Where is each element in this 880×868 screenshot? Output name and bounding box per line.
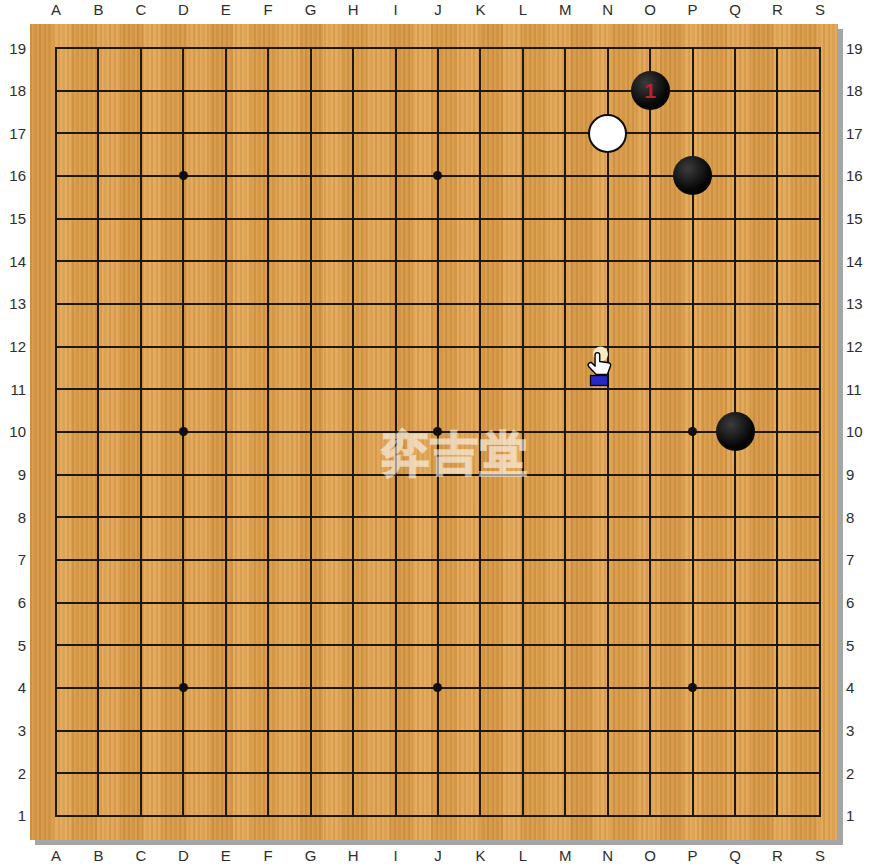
board-intersection-S5[interactable] [799,624,841,667]
board-intersection-H12[interactable] [332,325,374,368]
board-intersection-I8[interactable] [374,496,416,539]
board-intersection-S19[interactable] [799,27,841,70]
board-intersection-S3[interactable] [799,709,841,752]
board-intersection-I2[interactable] [374,752,416,795]
board-intersection-H2[interactable] [332,752,374,795]
board-intersection-E7[interactable] [205,539,247,582]
board-intersection-D9[interactable] [162,453,204,496]
board-intersection-J7[interactable] [417,539,459,582]
board-intersection-S10[interactable] [799,411,841,454]
board-intersection-S1[interactable] [799,795,841,838]
board-intersection-A3[interactable] [35,709,77,752]
board-intersection-N1[interactable] [586,795,628,838]
board-intersection-J9[interactable] [417,453,459,496]
board-intersection-Q4[interactable] [714,667,756,710]
board-intersection-Q5[interactable] [714,624,756,667]
board-intersection-N2[interactable] [586,752,628,795]
board-intersection-A15[interactable] [35,197,77,240]
board-intersection-G15[interactable] [289,197,331,240]
board-intersection-N10[interactable] [586,411,628,454]
board-intersection-P4[interactable] [671,667,713,710]
board-intersection-K13[interactable] [459,283,501,326]
board-intersection-B16[interactable] [77,155,119,198]
board-intersection-K6[interactable] [459,581,501,624]
board-intersection-S12[interactable] [799,325,841,368]
board-intersection-J16[interactable] [417,155,459,198]
board-intersection-L10[interactable] [502,411,544,454]
board-intersection-G10[interactable] [289,411,331,454]
board-intersection-N15[interactable] [586,197,628,240]
board-intersection-R2[interactable] [756,752,798,795]
board-intersection-C15[interactable] [120,197,162,240]
board-intersection-K12[interactable] [459,325,501,368]
board-intersection-P10[interactable] [671,411,713,454]
board-intersection-D12[interactable] [162,325,204,368]
board-intersection-E1[interactable] [205,795,247,838]
board-intersection-L1[interactable] [502,795,544,838]
board-intersection-S2[interactable] [799,752,841,795]
board-intersection-H16[interactable] [332,155,374,198]
board-intersection-J5[interactable] [417,624,459,667]
board-intersection-F9[interactable] [247,453,289,496]
board-intersection-S18[interactable] [799,69,841,112]
board-intersection-F8[interactable] [247,496,289,539]
board-intersection-M12[interactable] [544,325,586,368]
board-intersection-N9[interactable] [586,453,628,496]
board-intersection-B13[interactable] [77,283,119,326]
board-intersection-I7[interactable] [374,539,416,582]
board-intersection-H7[interactable] [332,539,374,582]
board-intersection-M1[interactable] [544,795,586,838]
board-intersection-N6[interactable] [586,581,628,624]
board-intersection-K18[interactable] [459,69,501,112]
board-intersection-E11[interactable] [205,368,247,411]
board-intersection-G4[interactable] [289,667,331,710]
board-intersection-M8[interactable] [544,496,586,539]
board-intersection-P3[interactable] [671,709,713,752]
board-intersection-J13[interactable] [417,283,459,326]
board-intersection-Q7[interactable] [714,539,756,582]
board-intersection-M6[interactable] [544,581,586,624]
board-intersection-N13[interactable] [586,283,628,326]
board-intersection-D17[interactable] [162,112,204,155]
board-intersection-L13[interactable] [502,283,544,326]
board-intersection-F11[interactable] [247,368,289,411]
board-intersection-F18[interactable] [247,69,289,112]
board-intersection-O2[interactable] [629,752,671,795]
board-intersection-J1[interactable] [417,795,459,838]
board-intersection-H14[interactable] [332,240,374,283]
board-intersection-H6[interactable] [332,581,374,624]
board-intersection-A8[interactable] [35,496,77,539]
board-intersection-S8[interactable] [799,496,841,539]
board-intersection-N3[interactable] [586,709,628,752]
board-intersection-P11[interactable] [671,368,713,411]
board-intersection-N16[interactable] [586,155,628,198]
board-intersection-A18[interactable] [35,69,77,112]
board-intersection-H4[interactable] [332,667,374,710]
board-intersection-L2[interactable] [502,752,544,795]
board-intersection-P14[interactable] [671,240,713,283]
board-intersection-D1[interactable] [162,795,204,838]
board-intersection-O19[interactable] [629,27,671,70]
board-intersection-D4[interactable] [162,667,204,710]
board-intersection-E10[interactable] [205,411,247,454]
board-intersection-O15[interactable] [629,197,671,240]
board-intersection-N19[interactable] [586,27,628,70]
board-intersection-F16[interactable] [247,155,289,198]
board-intersection-L6[interactable] [502,581,544,624]
board-intersection-L19[interactable] [502,27,544,70]
board-intersection-J6[interactable] [417,581,459,624]
board-intersection-E16[interactable] [205,155,247,198]
board-intersection-R9[interactable] [756,453,798,496]
board-intersection-E12[interactable] [205,325,247,368]
board-intersection-I9[interactable] [374,453,416,496]
board-intersection-O6[interactable] [629,581,671,624]
board-intersection-B14[interactable] [77,240,119,283]
board-intersection-D7[interactable] [162,539,204,582]
board-intersection-B17[interactable] [77,112,119,155]
board-intersection-Q19[interactable] [714,27,756,70]
board-intersection-D14[interactable] [162,240,204,283]
board-intersection-E4[interactable] [205,667,247,710]
board-intersection-C17[interactable] [120,112,162,155]
board-intersection-O1[interactable] [629,795,671,838]
board-intersection-C14[interactable] [120,240,162,283]
board-intersection-B18[interactable] [77,69,119,112]
board-intersection-S14[interactable] [799,240,841,283]
board-intersection-E8[interactable] [205,496,247,539]
board-intersection-R19[interactable] [756,27,798,70]
board-intersection-G6[interactable] [289,581,331,624]
board-intersection-I13[interactable] [374,283,416,326]
board-intersection-G18[interactable] [289,69,331,112]
board-intersection-B4[interactable] [77,667,119,710]
board-intersection-A9[interactable] [35,453,77,496]
board-intersection-H19[interactable] [332,27,374,70]
board-intersection-D13[interactable] [162,283,204,326]
board-intersection-R18[interactable] [756,69,798,112]
board-intersection-C19[interactable] [120,27,162,70]
board-intersection-G16[interactable] [289,155,331,198]
board-intersection-R7[interactable] [756,539,798,582]
board-intersection-L16[interactable] [502,155,544,198]
board-intersection-H11[interactable] [332,368,374,411]
board-intersection-J10[interactable] [417,411,459,454]
board-intersection-S15[interactable] [799,197,841,240]
board-intersection-P2[interactable] [671,752,713,795]
board-intersection-J8[interactable] [417,496,459,539]
board-intersection-C1[interactable] [120,795,162,838]
board-intersection-I3[interactable] [374,709,416,752]
board-intersection-Q10[interactable] [714,411,756,454]
board-intersection-K5[interactable] [459,624,501,667]
board-intersection-S11[interactable] [799,368,841,411]
board-intersection-C11[interactable] [120,368,162,411]
board-intersection-P5[interactable] [671,624,713,667]
board-intersection-P13[interactable] [671,283,713,326]
board-intersection-G2[interactable] [289,752,331,795]
board-intersection-D10[interactable] [162,411,204,454]
board-intersection-R3[interactable] [756,709,798,752]
board-intersection-A5[interactable] [35,624,77,667]
board-intersection-B3[interactable] [77,709,119,752]
board-intersection-M16[interactable] [544,155,586,198]
board-intersection-F10[interactable] [247,411,289,454]
board-intersection-F1[interactable] [247,795,289,838]
board-intersection-K14[interactable] [459,240,501,283]
board-intersection-H18[interactable] [332,69,374,112]
board-intersection-M18[interactable] [544,69,586,112]
board-intersection-G12[interactable] [289,325,331,368]
board-intersection-L18[interactable] [502,69,544,112]
board-intersection-F6[interactable] [247,581,289,624]
board-intersection-J15[interactable] [417,197,459,240]
board-intersection-Q2[interactable] [714,752,756,795]
board-intersection-J11[interactable] [417,368,459,411]
board-intersection-A1[interactable] [35,795,77,838]
board-intersection-S17[interactable] [799,112,841,155]
board-intersection-A7[interactable] [35,539,77,582]
board-intersection-M4[interactable] [544,667,586,710]
board-intersection-D16[interactable] [162,155,204,198]
board-intersection-Q9[interactable] [714,453,756,496]
board-intersection-E3[interactable] [205,709,247,752]
board-intersection-E19[interactable] [205,27,247,70]
board-intersection-M19[interactable] [544,27,586,70]
board-intersection-H8[interactable] [332,496,374,539]
board-intersection-O3[interactable] [629,709,671,752]
board-intersection-K10[interactable] [459,411,501,454]
board-intersection-I11[interactable] [374,368,416,411]
board-intersection-B5[interactable] [77,624,119,667]
board-intersection-Q15[interactable] [714,197,756,240]
board-intersection-Q13[interactable] [714,283,756,326]
board-intersection-O16[interactable] [629,155,671,198]
board-intersection-Q6[interactable] [714,581,756,624]
board-intersection-O11[interactable] [629,368,671,411]
board-intersection-R6[interactable] [756,581,798,624]
board-intersection-S4[interactable] [799,667,841,710]
board-intersection-Q18[interactable] [714,69,756,112]
board-intersection-Q12[interactable] [714,325,756,368]
board-intersection-M3[interactable] [544,709,586,752]
board-intersection-A13[interactable] [35,283,77,326]
board-intersection-O14[interactable] [629,240,671,283]
board-intersection-B12[interactable] [77,325,119,368]
board-intersection-I17[interactable] [374,112,416,155]
board-intersection-R4[interactable] [756,667,798,710]
board-intersection-P1[interactable] [671,795,713,838]
board-intersection-G3[interactable] [289,709,331,752]
board-intersection-P9[interactable] [671,453,713,496]
board-intersection-C5[interactable] [120,624,162,667]
board-intersection-M15[interactable] [544,197,586,240]
board-intersection-L3[interactable] [502,709,544,752]
board-intersection-D3[interactable] [162,709,204,752]
board-intersection-O18[interactable]: 1 [629,69,671,112]
board-intersection-D18[interactable] [162,69,204,112]
board-intersection-A17[interactable] [35,112,77,155]
board-intersection-L14[interactable] [502,240,544,283]
board-intersection-N11[interactable] [586,368,628,411]
board-intersection-C2[interactable] [120,752,162,795]
board-intersection-B11[interactable] [77,368,119,411]
board-intersection-N5[interactable] [586,624,628,667]
board-intersection-K1[interactable] [459,795,501,838]
board-intersection-S6[interactable] [799,581,841,624]
board-intersection-D15[interactable] [162,197,204,240]
board-intersection-G14[interactable] [289,240,331,283]
board-intersection-I10[interactable] [374,411,416,454]
board-intersection-O7[interactable] [629,539,671,582]
board-intersection-L8[interactable] [502,496,544,539]
board-intersection-K11[interactable] [459,368,501,411]
board-intersection-A19[interactable] [35,27,77,70]
board-intersection-H9[interactable] [332,453,374,496]
board-intersection-D6[interactable] [162,581,204,624]
board-intersection-K7[interactable] [459,539,501,582]
board-intersection-R12[interactable] [756,325,798,368]
board-intersection-B2[interactable] [77,752,119,795]
board-intersection-Q3[interactable] [714,709,756,752]
board-intersection-P6[interactable] [671,581,713,624]
board-intersection-D2[interactable] [162,752,204,795]
board-intersection-P7[interactable] [671,539,713,582]
board-intersection-G1[interactable] [289,795,331,838]
board-intersection-J19[interactable] [417,27,459,70]
board-intersection-H10[interactable] [332,411,374,454]
board-intersection-K4[interactable] [459,667,501,710]
board-intersection-R5[interactable] [756,624,798,667]
board-intersection-C7[interactable] [120,539,162,582]
board-intersection-F15[interactable] [247,197,289,240]
board-intersection-C13[interactable] [120,283,162,326]
board-intersection-H15[interactable] [332,197,374,240]
board-intersection-C4[interactable] [120,667,162,710]
board-intersection-M14[interactable] [544,240,586,283]
board-intersection-R8[interactable] [756,496,798,539]
board-intersection-I5[interactable] [374,624,416,667]
board-intersection-I6[interactable] [374,581,416,624]
board-intersection-L17[interactable] [502,112,544,155]
board-intersection-C8[interactable] [120,496,162,539]
board-intersection-N8[interactable] [586,496,628,539]
board-intersection-B19[interactable] [77,27,119,70]
board-intersection-E13[interactable] [205,283,247,326]
board-intersection-K9[interactable] [459,453,501,496]
board-intersection-P18[interactable] [671,69,713,112]
board-intersection-M10[interactable] [544,411,586,454]
board-intersection-F14[interactable] [247,240,289,283]
board-intersection-O8[interactable] [629,496,671,539]
board-intersection-R15[interactable] [756,197,798,240]
board-intersection-A4[interactable] [35,667,77,710]
board-intersection-P12[interactable] [671,325,713,368]
board-intersection-S13[interactable] [799,283,841,326]
board-intersection-B10[interactable] [77,411,119,454]
board-intersection-D8[interactable] [162,496,204,539]
board-intersection-Q14[interactable] [714,240,756,283]
board-intersection-Q1[interactable] [714,795,756,838]
board-intersection-E2[interactable] [205,752,247,795]
board-intersection-R13[interactable] [756,283,798,326]
board-intersection-N18[interactable] [586,69,628,112]
board-intersection-E18[interactable] [205,69,247,112]
board-intersection-A14[interactable] [35,240,77,283]
board-intersection-L5[interactable] [502,624,544,667]
board-intersection-C9[interactable] [120,453,162,496]
board-intersection-Q17[interactable] [714,112,756,155]
board-intersection-C18[interactable] [120,69,162,112]
board-intersection-D19[interactable] [162,27,204,70]
board-intersection-O4[interactable] [629,667,671,710]
board-intersection-I4[interactable] [374,667,416,710]
board-intersection-J17[interactable] [417,112,459,155]
board-intersection-S9[interactable] [799,453,841,496]
board-intersection-N17[interactable] [586,112,628,155]
board-intersection-K17[interactable] [459,112,501,155]
board-intersection-C3[interactable] [120,709,162,752]
board-intersection-B9[interactable] [77,453,119,496]
board-intersection-P8[interactable] [671,496,713,539]
board-intersection-L12[interactable] [502,325,544,368]
board-intersection-M17[interactable] [544,112,586,155]
board-intersection-J4[interactable] [417,667,459,710]
board-intersection-K8[interactable] [459,496,501,539]
board-intersection-E9[interactable] [205,453,247,496]
board-intersection-B6[interactable] [77,581,119,624]
board-intersection-E6[interactable] [205,581,247,624]
board-intersection-I14[interactable] [374,240,416,283]
board-intersection-F4[interactable] [247,667,289,710]
board-intersection-O13[interactable] [629,283,671,326]
board-intersection-N14[interactable] [586,240,628,283]
board-intersection-C6[interactable] [120,581,162,624]
board-intersection-O5[interactable] [629,624,671,667]
board-intersection-E14[interactable] [205,240,247,283]
board-intersection-G13[interactable] [289,283,331,326]
board-intersection-D5[interactable] [162,624,204,667]
board-intersection-L4[interactable] [502,667,544,710]
board-intersection-Q11[interactable] [714,368,756,411]
board-intersection-A12[interactable] [35,325,77,368]
board-intersection-A10[interactable] [35,411,77,454]
board-intersection-B1[interactable] [77,795,119,838]
board-intersection-P19[interactable] [671,27,713,70]
board-intersection-K2[interactable] [459,752,501,795]
board-intersection-A2[interactable] [35,752,77,795]
board-intersection-O10[interactable] [629,411,671,454]
board-intersection-P15[interactable] [671,197,713,240]
board-intersection-M13[interactable] [544,283,586,326]
board-intersection-F13[interactable] [247,283,289,326]
board-intersection-S7[interactable] [799,539,841,582]
board-intersection-I12[interactable] [374,325,416,368]
board-intersection-B8[interactable] [77,496,119,539]
board-intersection-G17[interactable] [289,112,331,155]
board-intersection-R11[interactable] [756,368,798,411]
board-intersection-R10[interactable] [756,411,798,454]
board-intersection-R1[interactable] [756,795,798,838]
board-intersection-A6[interactable] [35,581,77,624]
board-intersection-G8[interactable] [289,496,331,539]
board-intersection-N4[interactable] [586,667,628,710]
board-intersection-H5[interactable] [332,624,374,667]
board-intersection-N7[interactable] [586,539,628,582]
board-intersection-Q16[interactable] [714,155,756,198]
